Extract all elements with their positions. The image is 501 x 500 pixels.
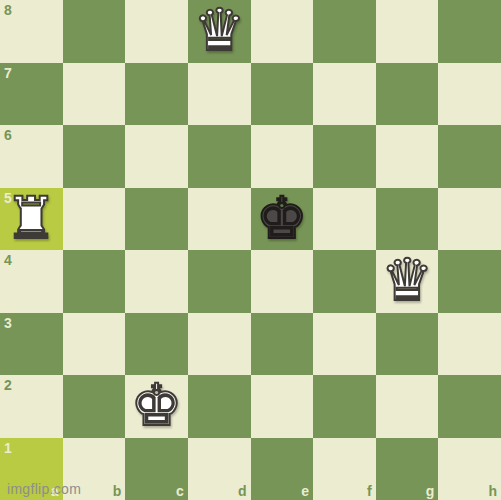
square-c6[interactable] xyxy=(125,125,188,188)
square-d2[interactable] xyxy=(188,375,251,438)
square-b4[interactable] xyxy=(63,250,126,313)
square-d7[interactable] xyxy=(188,63,251,126)
square-e8[interactable] xyxy=(251,0,314,63)
square-f2[interactable] xyxy=(313,375,376,438)
square-f8[interactable] xyxy=(313,0,376,63)
square-h2[interactable] xyxy=(438,375,501,438)
square-d1[interactable]: d xyxy=(188,438,251,500)
white-queen[interactable]: ♛ xyxy=(376,249,439,312)
rank-label-3: 3 xyxy=(4,316,12,330)
square-e5[interactable]: ♚ xyxy=(251,188,314,251)
file-label-e: e xyxy=(301,484,309,498)
square-c1[interactable]: c xyxy=(125,438,188,500)
square-a7[interactable]: 7 xyxy=(0,63,63,126)
white-king[interactable]: ♚ xyxy=(125,374,188,437)
white-queen[interactable]: ♛ xyxy=(188,0,251,62)
square-h6[interactable] xyxy=(438,125,501,188)
square-a4[interactable]: 4 xyxy=(0,250,63,313)
square-d4[interactable] xyxy=(188,250,251,313)
square-g1[interactable]: g xyxy=(376,438,439,500)
square-f7[interactable] xyxy=(313,63,376,126)
square-d8[interactable]: ♛ xyxy=(188,0,251,63)
square-c5[interactable] xyxy=(125,188,188,251)
square-f6[interactable] xyxy=(313,125,376,188)
file-label-f: f xyxy=(367,484,372,498)
square-b5[interactable] xyxy=(63,188,126,251)
square-f3[interactable] xyxy=(313,313,376,376)
imgflip-watermark: imgflip.com xyxy=(7,481,81,497)
square-g8[interactable] xyxy=(376,0,439,63)
rank-label-8: 8 xyxy=(4,3,12,17)
square-e3[interactable] xyxy=(251,313,314,376)
white-rook[interactable]: ♜ xyxy=(0,187,63,250)
chess-diagram: 8♛765♜♚4♛32♚1abcdefgh imgflip.com xyxy=(0,0,501,500)
square-h3[interactable] xyxy=(438,313,501,376)
file-label-c: c xyxy=(176,484,184,498)
rank-label-7: 7 xyxy=(4,66,12,80)
file-label-b: b xyxy=(113,484,122,498)
square-f4[interactable] xyxy=(313,250,376,313)
square-e1[interactable]: e xyxy=(251,438,314,500)
square-g3[interactable] xyxy=(376,313,439,376)
square-f5[interactable] xyxy=(313,188,376,251)
square-a2[interactable]: 2 xyxy=(0,375,63,438)
square-b3[interactable] xyxy=(63,313,126,376)
square-h4[interactable] xyxy=(438,250,501,313)
square-b8[interactable] xyxy=(63,0,126,63)
square-d6[interactable] xyxy=(188,125,251,188)
rank-label-2: 2 xyxy=(4,378,12,392)
square-b6[interactable] xyxy=(63,125,126,188)
square-c2[interactable]: ♚ xyxy=(125,375,188,438)
square-a6[interactable]: 6 xyxy=(0,125,63,188)
square-g4[interactable]: ♛ xyxy=(376,250,439,313)
square-h7[interactable] xyxy=(438,63,501,126)
square-d5[interactable] xyxy=(188,188,251,251)
square-h5[interactable] xyxy=(438,188,501,251)
square-e6[interactable] xyxy=(251,125,314,188)
square-c7[interactable] xyxy=(125,63,188,126)
square-b2[interactable] xyxy=(63,375,126,438)
square-h1[interactable]: h xyxy=(438,438,501,500)
file-label-h: h xyxy=(488,484,497,498)
square-e7[interactable] xyxy=(251,63,314,126)
square-g2[interactable] xyxy=(376,375,439,438)
square-a5[interactable]: 5♜ xyxy=(0,188,63,251)
square-c3[interactable] xyxy=(125,313,188,376)
chess-board: 8♛765♜♚4♛32♚1abcdefgh xyxy=(0,0,501,500)
file-label-g: g xyxy=(426,484,435,498)
rank-label-4: 4 xyxy=(4,253,12,267)
square-e4[interactable] xyxy=(251,250,314,313)
square-g7[interactable] xyxy=(376,63,439,126)
square-a8[interactable]: 8 xyxy=(0,0,63,63)
square-a3[interactable]: 3 xyxy=(0,313,63,376)
rank-label-1: 1 xyxy=(4,441,12,455)
square-d3[interactable] xyxy=(188,313,251,376)
square-b7[interactable] xyxy=(63,63,126,126)
square-c8[interactable] xyxy=(125,0,188,63)
square-g6[interactable] xyxy=(376,125,439,188)
black-king[interactable]: ♚ xyxy=(251,187,314,250)
file-label-d: d xyxy=(238,484,247,498)
square-c4[interactable] xyxy=(125,250,188,313)
square-e2[interactable] xyxy=(251,375,314,438)
square-h8[interactable] xyxy=(438,0,501,63)
square-g5[interactable] xyxy=(376,188,439,251)
rank-label-6: 6 xyxy=(4,128,12,142)
square-f1[interactable]: f xyxy=(313,438,376,500)
